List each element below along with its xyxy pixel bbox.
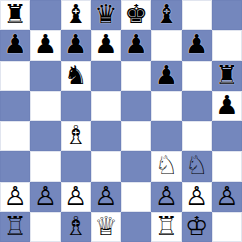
black-knight-c6: ♞ xyxy=(64,62,87,88)
square-h6[interactable]: ♜ xyxy=(212,61,242,91)
square-a4[interactable] xyxy=(0,121,30,151)
white-queen-d1: ♕ xyxy=(94,213,117,239)
square-f6[interactable]: ♟ xyxy=(151,61,181,91)
square-g3[interactable]: ♘ xyxy=(182,151,212,181)
square-g7[interactable]: ♟ xyxy=(182,30,212,60)
square-f1[interactable]: ♖ xyxy=(151,212,181,242)
white-knight-g3: ♘ xyxy=(185,152,208,178)
square-c3[interactable] xyxy=(61,151,91,181)
square-h8[interactable] xyxy=(212,0,242,30)
square-h2[interactable]: ♙ xyxy=(212,182,242,212)
black-pawn-f6: ♟ xyxy=(155,62,178,88)
square-c1[interactable]: ♗ xyxy=(61,212,91,242)
white-bishop-c4: ♗ xyxy=(64,122,87,148)
square-h4[interactable] xyxy=(212,121,242,151)
square-e3[interactable] xyxy=(121,151,151,181)
square-b5[interactable] xyxy=(30,91,60,121)
square-a2[interactable]: ♙ xyxy=(0,182,30,212)
square-f5[interactable] xyxy=(151,91,181,121)
square-d2[interactable]: ♙ xyxy=(91,182,121,212)
black-pawn-d7: ♟ xyxy=(94,31,117,57)
square-e5[interactable] xyxy=(121,91,151,121)
square-d3[interactable] xyxy=(91,151,121,181)
square-b7[interactable]: ♟ xyxy=(30,30,60,60)
square-c5[interactable] xyxy=(61,91,91,121)
square-d7[interactable]: ♟ xyxy=(91,30,121,60)
square-h5[interactable]: ♟ xyxy=(212,91,242,121)
square-h3[interactable] xyxy=(212,151,242,181)
square-b3[interactable] xyxy=(30,151,60,181)
black-pawn-a7: ♟ xyxy=(3,31,26,57)
black-rook-a8: ♜ xyxy=(3,1,26,27)
square-b6[interactable] xyxy=(30,61,60,91)
square-a1[interactable]: ♖ xyxy=(0,212,30,242)
white-pawn-h2: ♙ xyxy=(215,183,238,209)
square-f3[interactable]: ♘ xyxy=(151,151,181,181)
white-king-g1: ♔ xyxy=(185,213,208,239)
square-c6[interactable]: ♞ xyxy=(61,61,91,91)
square-g2[interactable]: ♙ xyxy=(182,182,212,212)
black-king-e8: ♚ xyxy=(124,1,147,27)
square-e7[interactable]: ♟ xyxy=(121,30,151,60)
black-pawn-h5: ♟ xyxy=(215,92,238,118)
square-d8[interactable]: ♛ xyxy=(91,0,121,30)
square-e8[interactable]: ♚ xyxy=(121,0,151,30)
white-pawn-c2: ♙ xyxy=(64,183,87,209)
white-pawn-d2: ♙ xyxy=(94,183,117,209)
white-pawn-b2: ♙ xyxy=(34,183,57,209)
square-a8[interactable]: ♜ xyxy=(0,0,30,30)
square-e1[interactable] xyxy=(121,212,151,242)
square-f4[interactable] xyxy=(151,121,181,151)
square-d4[interactable] xyxy=(91,121,121,151)
square-d6[interactable] xyxy=(91,61,121,91)
square-e6[interactable] xyxy=(121,61,151,91)
square-d1[interactable]: ♕ xyxy=(91,212,121,242)
square-c2[interactable]: ♙ xyxy=(61,182,91,212)
black-pawn-e7: ♟ xyxy=(124,31,147,57)
black-pawn-b7: ♟ xyxy=(34,31,57,57)
square-g8[interactable] xyxy=(182,0,212,30)
square-h7[interactable] xyxy=(212,30,242,60)
square-f2[interactable]: ♙ xyxy=(151,182,181,212)
black-queen-d8: ♛ xyxy=(94,1,117,27)
chess-board: ♜♝♛♚♝♟♟♟♟♟♟♞♟♜♟♗♘♘♙♙♙♙♙♙♙♖♗♕♖♔ xyxy=(0,0,242,242)
white-pawn-g2: ♙ xyxy=(185,183,208,209)
square-b1[interactable] xyxy=(30,212,60,242)
square-a6[interactable] xyxy=(0,61,30,91)
white-knight-f3: ♘ xyxy=(155,152,178,178)
square-b4[interactable] xyxy=(30,121,60,151)
square-a5[interactable] xyxy=(0,91,30,121)
square-f7[interactable] xyxy=(151,30,181,60)
black-pawn-c7: ♟ xyxy=(64,31,87,57)
square-a7[interactable]: ♟ xyxy=(0,30,30,60)
square-g5[interactable] xyxy=(182,91,212,121)
square-c7[interactable]: ♟ xyxy=(61,30,91,60)
square-g1[interactable]: ♔ xyxy=(182,212,212,242)
white-rook-a1: ♖ xyxy=(3,213,26,239)
square-c4[interactable]: ♗ xyxy=(61,121,91,151)
black-bishop-c8: ♝ xyxy=(64,1,87,27)
white-pawn-f2: ♙ xyxy=(155,183,178,209)
square-d5[interactable] xyxy=(91,91,121,121)
square-b8[interactable] xyxy=(30,0,60,30)
square-g6[interactable] xyxy=(182,61,212,91)
square-e2[interactable] xyxy=(121,182,151,212)
white-rook-f1: ♖ xyxy=(155,213,178,239)
square-a3[interactable] xyxy=(0,151,30,181)
square-h1[interactable] xyxy=(212,212,242,242)
black-pawn-g7: ♟ xyxy=(185,31,208,57)
square-c8[interactable]: ♝ xyxy=(61,0,91,30)
black-rook-h6: ♜ xyxy=(215,62,238,88)
square-f8[interactable]: ♝ xyxy=(151,0,181,30)
square-g4[interactable] xyxy=(182,121,212,151)
square-e4[interactable] xyxy=(121,121,151,151)
white-pawn-a2: ♙ xyxy=(3,183,26,209)
white-bishop-c1: ♗ xyxy=(64,213,87,239)
black-bishop-f8: ♝ xyxy=(155,1,178,27)
square-b2[interactable]: ♙ xyxy=(30,182,60,212)
